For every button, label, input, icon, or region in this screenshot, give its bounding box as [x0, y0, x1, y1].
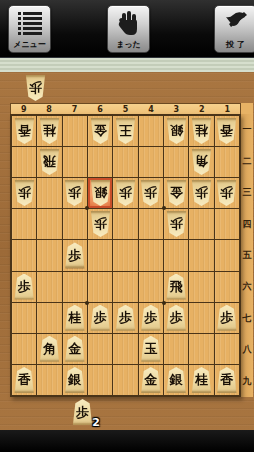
board-square-4八[interactable]: 玉 [139, 334, 163, 364]
hoshi-dot [162, 301, 166, 305]
sente-piece[interactable]: 桂 [64, 305, 85, 331]
sente-piece[interactable]: 金 [64, 336, 85, 362]
board-square-5六[interactable] [113, 272, 137, 302]
board-square-8七[interactable] [37, 303, 61, 333]
file-label-5: 5 [113, 104, 138, 114]
gote-piece[interactable]: 銀 [90, 180, 111, 206]
board-square-4六[interactable] [139, 272, 163, 302]
gote-hand-piece-glyph[interactable]: 歩 [25, 75, 46, 101]
board-square-1九[interactable]: 香 [215, 365, 239, 395]
board-block: 987654321 香桂金王銀桂香飛角歩歩銀歩歩金歩歩歩歩歩歩飛桂歩歩歩歩歩角金… [10, 103, 253, 397]
board-square-4七[interactable]: 歩 [139, 303, 163, 333]
board-square-1二[interactable] [215, 147, 239, 177]
board-square-7四[interactable] [63, 209, 87, 239]
file-label-6: 6 [87, 104, 112, 114]
gote-hand-piece[interactable]: 歩 [25, 75, 46, 101]
menu-button-label: メニュー [13, 39, 46, 50]
board-square-9九[interactable]: 香 [12, 365, 36, 395]
gote-piece[interactable]: 歩 [64, 180, 85, 206]
top-toolbar: メニュー まった [0, 0, 254, 57]
board-square-9二[interactable] [12, 147, 36, 177]
sente-piece[interactable]: 歩 [90, 305, 111, 331]
board-square-2二[interactable]: 角 [189, 147, 213, 177]
board-square-8四[interactable] [37, 209, 61, 239]
bottom-bar [0, 430, 254, 452]
rank-label: 三 [241, 177, 253, 208]
board-square-1六[interactable] [215, 272, 239, 302]
board-square-3一[interactable]: 銀 [164, 116, 188, 146]
gote-piece[interactable]: 桂 [39, 118, 60, 144]
sente-piece[interactable]: 歩 [115, 305, 136, 331]
board-square-6八[interactable] [88, 334, 112, 364]
sente-piece[interactable]: 歩 [216, 305, 237, 331]
board-square-8六[interactable] [37, 272, 61, 302]
file-label-8: 8 [36, 104, 61, 114]
board-square-1八[interactable] [215, 334, 239, 364]
board-square-3八[interactable] [164, 334, 188, 364]
gote-piece[interactable]: 歩 [140, 180, 161, 206]
hoshi-dot [162, 206, 166, 210]
rank-label: 二 [241, 145, 253, 176]
rank-label: 五 [241, 240, 253, 271]
sente-piece[interactable]: 歩 [166, 305, 187, 331]
board-square-9五[interactable] [12, 240, 36, 270]
sente-piece[interactable]: 金 [140, 367, 161, 393]
board-square-3三[interactable]: 金 [164, 178, 188, 208]
rank-label: 九 [241, 366, 253, 397]
board-square-5三[interactable]: 歩 [113, 178, 137, 208]
gote-piece[interactable]: 香 [14, 118, 35, 144]
sente-piece[interactable]: 桂 [191, 367, 212, 393]
board-square-8五[interactable] [37, 240, 61, 270]
board-square-7一[interactable] [63, 116, 87, 146]
takeback-button[interactable]: まった [107, 5, 150, 53]
sente-piece[interactable]: 玉 [140, 336, 161, 362]
file-label-7: 7 [62, 104, 87, 114]
hoshi-dot [85, 301, 89, 305]
rank-coordinate-labels: 一二三四五六七八九 [241, 114, 253, 397]
board-square-5一[interactable]: 王 [113, 116, 137, 146]
gote-piece[interactable]: 飛 [39, 149, 60, 175]
board-square-2三[interactable]: 歩 [189, 178, 213, 208]
board-square-2四[interactable] [189, 209, 213, 239]
board-square-8一[interactable]: 桂 [37, 116, 61, 146]
gote-piece[interactable]: 歩 [191, 180, 212, 206]
board-square-7九[interactable]: 銀 [63, 365, 87, 395]
sente-piece[interactable]: 歩 [64, 242, 85, 268]
shogi-board: 香桂金王銀桂香飛角歩歩銀歩歩金歩歩歩歩歩歩飛桂歩歩歩歩歩角金玉香銀金銀桂香 [10, 114, 241, 397]
gote-piece[interactable]: 歩 [115, 180, 136, 206]
board-square-8二[interactable]: 飛 [37, 147, 61, 177]
board-square-7三[interactable]: 歩 [63, 178, 87, 208]
board-square-5二[interactable] [113, 147, 137, 177]
board-square-1五[interactable] [215, 240, 239, 270]
divider-band [0, 57, 254, 72]
board-square-1三[interactable]: 歩 [215, 178, 239, 208]
board-square-7六[interactable] [63, 272, 87, 302]
rank-label: 四 [241, 208, 253, 239]
board-square-4五[interactable] [139, 240, 163, 270]
board-square-9四[interactable] [12, 209, 36, 239]
menu-button[interactable]: メニュー [8, 5, 51, 53]
sente-piece[interactable]: 歩 [14, 274, 35, 300]
gote-piece[interactable]: 歩 [14, 180, 35, 206]
sente-piece[interactable]: 角 [39, 336, 60, 362]
gote-piece[interactable]: 香 [216, 118, 237, 144]
board-square-5五[interactable] [113, 240, 137, 270]
board-square-7八[interactable]: 金 [63, 334, 87, 364]
gote-piece[interactable]: 金 [166, 180, 187, 206]
board-square-2八[interactable] [189, 334, 213, 364]
board-square-9六[interactable]: 歩 [12, 272, 36, 302]
board-square-7七[interactable]: 桂 [63, 303, 87, 333]
file-label-4: 4 [138, 104, 163, 114]
board-square-4三[interactable]: 歩 [139, 178, 163, 208]
board-square-4二[interactable] [139, 147, 163, 177]
menu-list-icon [9, 9, 50, 37]
board-square-8三[interactable] [37, 178, 61, 208]
board-square-3四[interactable]: 歩 [164, 209, 188, 239]
file-label-1: 1 [215, 104, 240, 114]
rank-label: 一 [241, 114, 253, 145]
gote-piece[interactable]: 桂 [191, 118, 212, 144]
gote-piece[interactable]: 歩 [216, 180, 237, 206]
board-square-3二[interactable] [164, 147, 188, 177]
board-square-2五[interactable] [189, 240, 213, 270]
board-square-9七[interactable] [12, 303, 36, 333]
gote-piece[interactable]: 金 [90, 118, 111, 144]
rank-label: 六 [241, 271, 253, 302]
board-square-6三[interactable]: 銀 [88, 178, 112, 208]
sente-piece[interactable]: 香 [216, 367, 237, 393]
sente-piece[interactable]: 香 [14, 367, 35, 393]
board-square-3五[interactable] [164, 240, 188, 270]
sente-piece[interactable]: 銀 [64, 367, 85, 393]
board-square-5七[interactable]: 歩 [113, 303, 137, 333]
board-square-7二[interactable] [63, 147, 87, 177]
board-square-9一[interactable]: 香 [12, 116, 36, 146]
board-square-8九[interactable] [37, 365, 61, 395]
board-square-6一[interactable]: 金 [88, 116, 112, 146]
board-square-5四[interactable] [113, 209, 137, 239]
board-square-1四[interactable] [215, 209, 239, 239]
board-square-7五[interactable]: 歩 [63, 240, 87, 270]
hoshi-dot [85, 206, 89, 210]
file-coordinate-labels: 987654321 [10, 103, 241, 114]
file-label-2: 2 [189, 104, 214, 114]
board-square-6六[interactable] [88, 272, 112, 302]
hand-stop-icon [108, 9, 149, 37]
sente-piece[interactable]: 銀 [166, 367, 187, 393]
sente-piece[interactable]: 飛 [166, 274, 187, 300]
board-square-9三[interactable]: 歩 [12, 178, 36, 208]
resign-button-label: 投 了 [226, 39, 245, 50]
sente-hand-piece[interactable]: 歩2 [72, 399, 93, 425]
gote-piece[interactable]: 王 [115, 118, 136, 144]
board-square-2七[interactable] [189, 303, 213, 333]
takeback-button-label: まった [116, 39, 141, 50]
board-square-6五[interactable] [88, 240, 112, 270]
file-label-3: 3 [164, 104, 189, 114]
board-square-3六[interactable]: 飛 [164, 272, 188, 302]
rank-label: 七 [241, 303, 253, 334]
hand-piece-count: 2 [92, 416, 100, 429]
coordinate-corner [241, 103, 253, 114]
gote-piece[interactable]: 歩 [166, 211, 187, 237]
board-square-6二[interactable] [88, 147, 112, 177]
board-square-6七[interactable]: 歩 [88, 303, 112, 333]
board-square-8八[interactable]: 角 [37, 334, 61, 364]
board-square-2九[interactable]: 桂 [189, 365, 213, 395]
resign-flag-icon [215, 9, 254, 37]
rank-label: 八 [241, 334, 253, 365]
board-square-2六[interactable] [189, 272, 213, 302]
file-label-9: 9 [11, 104, 36, 114]
board-square-3九[interactable]: 銀 [164, 365, 188, 395]
board-square-5九[interactable] [113, 365, 137, 395]
board-square-4九[interactable]: 金 [139, 365, 163, 395]
gote-piece[interactable]: 歩 [90, 211, 111, 237]
board-wrap: 香桂金王銀桂香飛角歩歩銀歩歩金歩歩歩歩歩歩飛桂歩歩歩歩歩角金玉香銀金銀桂香 [10, 114, 241, 397]
sente-hand-piece-glyph[interactable]: 歩 [72, 399, 93, 425]
board-square-4四[interactable] [139, 209, 163, 239]
board-square-1一[interactable]: 香 [215, 116, 239, 146]
gote-piece[interactable]: 角 [191, 149, 212, 175]
board-square-1七[interactable]: 歩 [215, 303, 239, 333]
board-square-9八[interactable] [12, 334, 36, 364]
board-square-3七[interactable]: 歩 [164, 303, 188, 333]
gote-piece[interactable]: 銀 [166, 118, 187, 144]
board-square-2一[interactable]: 桂 [189, 116, 213, 146]
board-square-6九[interactable] [88, 365, 112, 395]
sente-piece[interactable]: 歩 [140, 305, 161, 331]
shogi-app-screen: メニュー まった [0, 0, 254, 452]
board-square-6四[interactable]: 歩 [88, 209, 112, 239]
board-square-4一[interactable] [139, 116, 163, 146]
resign-button[interactable]: 投 了 [214, 5, 254, 53]
wood-play-area: 歩 987654321 香桂金王銀桂香飛角歩歩銀歩歩金歩歩歩歩歩歩飛桂歩歩歩歩歩… [0, 72, 254, 430]
board-square-5八[interactable] [113, 334, 137, 364]
